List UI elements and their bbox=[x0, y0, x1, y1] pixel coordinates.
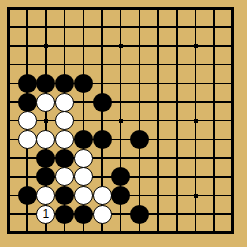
stone-black[interactable] bbox=[74, 130, 93, 149]
stone-black[interactable] bbox=[55, 149, 74, 168]
stone-white[interactable] bbox=[74, 167, 93, 186]
stone-black[interactable] bbox=[74, 205, 93, 224]
star-point bbox=[194, 119, 198, 123]
stone-black[interactable] bbox=[74, 74, 93, 93]
stone-white[interactable] bbox=[74, 186, 93, 205]
stone-white[interactable] bbox=[74, 149, 93, 168]
stone-white[interactable] bbox=[18, 111, 37, 130]
star-point bbox=[194, 194, 198, 198]
stone-black[interactable] bbox=[36, 149, 55, 168]
stone-black[interactable] bbox=[18, 186, 37, 205]
stone-black[interactable] bbox=[18, 93, 37, 112]
star-point bbox=[44, 119, 48, 123]
star-point bbox=[194, 44, 198, 48]
stone-white[interactable]: 1 bbox=[36, 205, 55, 224]
stone-black[interactable] bbox=[130, 205, 149, 224]
grid-line-vertical bbox=[213, 9, 215, 233]
stone-white[interactable] bbox=[55, 93, 74, 112]
stone-black[interactable] bbox=[93, 93, 112, 112]
grid-line-vertical bbox=[157, 9, 159, 233]
star-point bbox=[44, 44, 48, 48]
stone-white[interactable] bbox=[55, 130, 74, 149]
stone-white[interactable] bbox=[18, 130, 37, 149]
go-board-diagram: 1 bbox=[0, 0, 247, 247]
stone-black[interactable] bbox=[130, 130, 149, 149]
stone-white[interactable] bbox=[36, 93, 55, 112]
stone-black[interactable] bbox=[55, 186, 74, 205]
star-point bbox=[119, 44, 123, 48]
star-point bbox=[119, 119, 123, 123]
stone-black[interactable] bbox=[18, 74, 37, 93]
grid-line-vertical bbox=[176, 9, 178, 233]
stone-black[interactable] bbox=[93, 130, 112, 149]
stone-white[interactable] bbox=[93, 205, 112, 224]
move-number-label: 1 bbox=[43, 208, 50, 220]
stone-white[interactable] bbox=[93, 186, 112, 205]
stone-black[interactable] bbox=[55, 74, 74, 93]
grid-line-vertical bbox=[139, 9, 141, 233]
stone-black[interactable] bbox=[55, 205, 74, 224]
